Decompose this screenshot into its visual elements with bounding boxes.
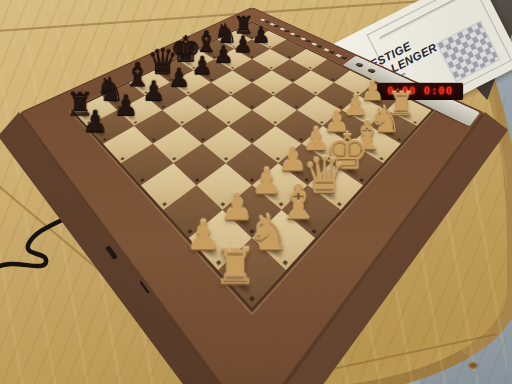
chess-computer-board: 0:00 0:00 ♜♟♟♜♞♟♟♞♝♟♟♝♚♟♟♚♛♟♟♛♝♟♟♝♞♟♟♞♜♟… [19,7,486,384]
piece-black-pawn-a7[interactable]: ♟ [72,107,119,137]
strip-group-8 [335,53,348,60]
module-button[interactable] [367,68,377,74]
strip-button[interactable] [328,50,335,54]
strip-button[interactable] [305,39,312,42]
strip-group-3 [279,27,290,32]
strip-button[interactable] [316,45,323,49]
strip-group-5 [300,37,311,43]
module-button[interactable] [355,62,365,68]
strip-group-7 [323,48,335,54]
square-b5[interactable] [153,126,203,163]
strip-button[interactable] [341,56,348,60]
strip-button[interactable] [284,29,290,32]
photo-scene: PRESTIGE CHALLENGER 0:00 0:00 ♜♟♟♜♞♟♟♞♝♟… [0,0,512,384]
board-scene: 0:00 0:00 ♜♟♟♜♞♟♟♞♝♟♟♝♚♟♟♚♛♟♟♛♝♟♟♝♞♟♟♞♜♟… [0,0,512,384]
strip-group-4 [290,32,301,37]
strip-button[interactable] [294,34,300,37]
square-f4[interactable] [273,82,316,110]
strip-group-6 [311,42,323,48]
piece-white-rook-a1[interactable]: ♜ [201,242,269,292]
